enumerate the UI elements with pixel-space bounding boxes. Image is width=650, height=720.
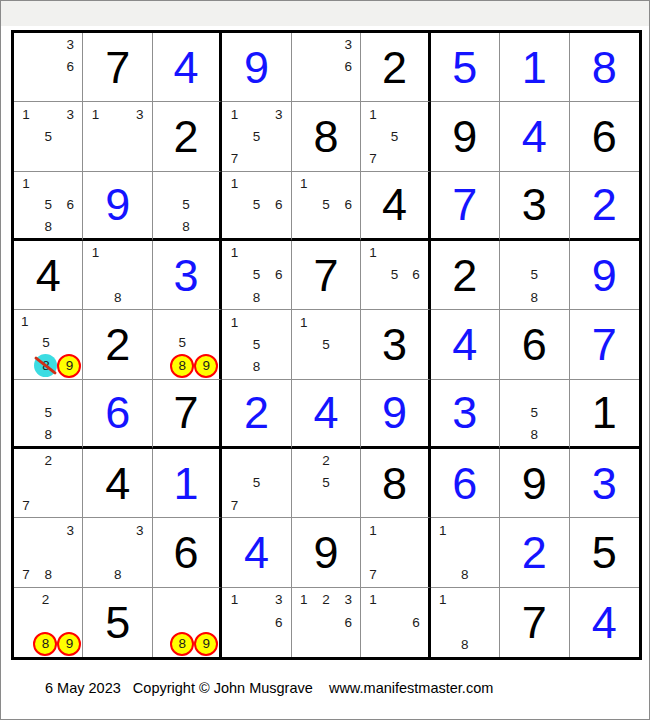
- pencil-pos-4: [154, 332, 170, 353]
- cell-r3c1[interactable]: 1568: [14, 172, 83, 241]
- pencil-pos-1: [223, 450, 245, 472]
- candidate-5: 5: [253, 338, 261, 352]
- candidate-1: 1: [231, 593, 239, 607]
- cell-r8c1[interactable]: 378: [14, 518, 83, 587]
- cell-r6c9[interactable]: 1: [570, 380, 639, 449]
- pencil-pos-1: 1: [15, 103, 37, 125]
- cell-r9c4[interactable]: 136: [222, 588, 291, 657]
- cell-r2c5[interactable]: 8: [292, 102, 361, 171]
- cell-r4c3[interactable]: 3: [153, 241, 222, 310]
- cell-r6c4[interactable]: 2: [222, 380, 291, 449]
- pencil-pos-5: 5: [315, 194, 337, 215]
- candidate-7: 7: [231, 152, 239, 166]
- cell-r3c5[interactable]: 156: [292, 172, 361, 241]
- cell-r8c6[interactable]: 17: [361, 518, 430, 587]
- given-digit: 8: [382, 461, 407, 506]
- pencil-pos-4: [154, 194, 175, 215]
- cell-r2c2[interactable]: 13: [83, 102, 152, 171]
- pencil-pos-7: [501, 424, 523, 445]
- pencil-pos-5: 5: [245, 472, 267, 494]
- pencil-pos-2: [384, 242, 405, 264]
- pencil-pos-3: [545, 242, 567, 264]
- cell-r5c3[interactable]: 589: [153, 310, 222, 379]
- cell-r5c4[interactable]: 158: [222, 310, 291, 379]
- pencil-pos-1: 1: [84, 103, 106, 125]
- cell-r9c6[interactable]: 16: [361, 588, 430, 657]
- pencil-pos-6: [57, 610, 81, 632]
- candidate-5: 5: [182, 198, 190, 212]
- pencil-pos-5: [107, 125, 129, 147]
- cell-r6c1[interactable]: 58: [14, 380, 83, 449]
- pencil-pos-5: [37, 472, 59, 494]
- cell-r9c8[interactable]: 7: [500, 588, 569, 657]
- pencil-pos-8: [384, 634, 405, 656]
- solved-digit: 2: [592, 182, 617, 227]
- cell-r4c9[interactable]: 9: [570, 241, 639, 310]
- pencil-pos-3: [57, 311, 81, 332]
- cell-r6c3[interactable]: 7: [153, 380, 222, 449]
- candidate-1: 1: [300, 593, 308, 607]
- cell-r6c7[interactable]: 3: [431, 380, 500, 449]
- pencil-pos-7: 7: [223, 148, 245, 170]
- cell-r5c6[interactable]: 3: [361, 310, 430, 379]
- pencil-pos-9: [337, 356, 359, 378]
- cell-r8c4[interactable]: 4: [222, 518, 291, 587]
- pencil-pos-9: [337, 216, 359, 237]
- cell-r3c8[interactable]: 3: [500, 172, 569, 241]
- pencil-pos-4: [84, 264, 106, 286]
- pencil-pos-3: [268, 242, 290, 264]
- pencil-pos-1: [154, 589, 170, 611]
- pencil-pos-2: [245, 103, 267, 125]
- cell-r9c7[interactable]: 18: [431, 588, 500, 657]
- pencil-pos-4: [223, 333, 245, 355]
- pencil-pos-9: [129, 148, 151, 170]
- cell-r1c4[interactable]: 9: [222, 33, 291, 102]
- pencil-marks: 1236: [293, 589, 359, 656]
- pencil-pos-4: [84, 541, 106, 563]
- pencil-pos-2: [37, 173, 59, 194]
- cell-r7c6[interactable]: 8: [361, 449, 430, 518]
- cell-r3c6[interactable]: 4: [361, 172, 430, 241]
- pencil-pos-3: [476, 519, 498, 541]
- cell-r3c2[interactable]: 9: [83, 172, 152, 241]
- candidate-5: 5: [44, 406, 52, 420]
- cell-r9c9[interactable]: 4: [570, 588, 639, 657]
- cell-r9c2[interactable]: 5: [83, 588, 152, 657]
- cell-r5c2[interactable]: 2: [83, 310, 152, 379]
- cell-r7c2[interactable]: 4: [83, 449, 152, 518]
- pencil-marks: 1357: [223, 103, 289, 169]
- pencil-pos-6: [57, 332, 81, 353]
- pencil-pos-2: 2: [315, 450, 337, 472]
- cell-r9c3[interactable]: 89: [153, 588, 222, 657]
- cell-r1c6[interactable]: 2: [361, 33, 430, 102]
- pencil-pos-3: [194, 589, 218, 611]
- pencil-pos-9: [337, 634, 359, 656]
- pencil-pos-5: [315, 611, 337, 633]
- given-digit: 2: [174, 114, 199, 159]
- candidate-5: 5: [253, 198, 261, 212]
- pencil-pos-7: 7: [223, 494, 245, 516]
- pencil-pos-4: [223, 125, 245, 147]
- cell-r8c7[interactable]: 18: [431, 518, 500, 587]
- cell-r8c3[interactable]: 6: [153, 518, 222, 587]
- pencil-pos-6: [59, 402, 81, 423]
- pencil-pos-7: [84, 148, 106, 170]
- pencil-pos-7: 7: [362, 564, 383, 586]
- pencil-pos-4: [223, 472, 245, 494]
- pencil-pos-7: [293, 634, 315, 656]
- pencil-pos-6: [59, 541, 81, 563]
- cell-r4c1[interactable]: 4: [14, 241, 83, 310]
- pencil-pos-5: 5: [245, 194, 267, 215]
- cell-r6c6[interactable]: 9: [361, 380, 430, 449]
- cell-r8c9[interactable]: 5: [570, 518, 639, 587]
- pencil-pos-8: 8: [33, 632, 57, 656]
- cell-r8c5[interactable]: 9: [292, 518, 361, 587]
- candidate-5: 5: [44, 130, 52, 144]
- pencil-marks: 156: [362, 242, 426, 308]
- pencil-pos-7: [501, 286, 523, 308]
- pencil-pos-6: 6: [59, 194, 81, 215]
- pencil-marks: 89: [154, 589, 218, 656]
- candidate-5: 5: [253, 130, 261, 144]
- pencil-pos-3: [59, 381, 81, 402]
- pencil-pos-2: [315, 311, 337, 333]
- pencil-pos-2: 2: [33, 589, 57, 611]
- pencil-pos-2: [170, 311, 194, 332]
- candidate-1: 1: [231, 108, 239, 122]
- pencil-pos-1: [15, 519, 37, 541]
- pencil-pos-5: 5: [315, 472, 337, 494]
- pencil-pos-7: 7: [15, 494, 37, 516]
- cell-r5c1[interactable]: 1589: [14, 310, 83, 379]
- cell-r2c9[interactable]: 6: [570, 102, 639, 171]
- pencil-pos-1: [15, 381, 37, 402]
- candidate-5: 5: [322, 198, 330, 212]
- cell-r3c9[interactable]: 2: [570, 172, 639, 241]
- pencil-pos-8: [107, 148, 129, 170]
- pencil-pos-8: [37, 78, 59, 100]
- pencil-pos-9: [59, 216, 81, 237]
- cell-r1c5[interactable]: 36: [292, 33, 361, 102]
- pencil-pos-5: [170, 610, 194, 632]
- pencil-marks: 289: [15, 589, 81, 656]
- cell-r2c1[interactable]: 135: [14, 102, 83, 171]
- pencil-pos-3: [405, 103, 426, 125]
- candidate-8: 8: [44, 428, 52, 442]
- pencil-pos-5: [384, 541, 405, 563]
- pencil-pos-8: [315, 216, 337, 237]
- pencil-pos-5: 5: [37, 125, 59, 147]
- pencil-pos-8: [37, 148, 59, 170]
- pencil-pos-7: [362, 634, 383, 656]
- solved-digit: 7: [592, 322, 617, 367]
- pencil-pos-5: [107, 264, 129, 286]
- pencil-pos-7: [15, 148, 37, 170]
- pencil-pos-4: [15, 332, 34, 353]
- top-strip: [1, 1, 649, 26]
- cell-r8c2[interactable]: 38: [83, 518, 152, 587]
- candidate-2: 2: [42, 593, 50, 607]
- pencil-pos-1: [154, 311, 170, 332]
- pencil-pos-1: [15, 34, 37, 56]
- candidate-5: 5: [531, 406, 539, 420]
- candidate-6: 6: [67, 60, 75, 74]
- pencil-pos-4: [15, 56, 37, 78]
- candidate-6: 6: [344, 60, 352, 74]
- cell-r5c9[interactable]: 7: [570, 310, 639, 379]
- candidate-5: 5: [531, 268, 539, 282]
- candidate-8: 8: [531, 428, 539, 442]
- pencil-pos-9: [197, 216, 218, 237]
- cell-r2c8[interactable]: 4: [500, 102, 569, 171]
- solved-digit: 7: [452, 182, 477, 227]
- cell-r6c5[interactable]: 4: [292, 380, 361, 449]
- cell-r6c2[interactable]: 6: [83, 380, 152, 449]
- pencil-pos-6: 6: [337, 56, 359, 78]
- cell-r4c7[interactable]: 2: [431, 241, 500, 310]
- pencil-pos-1: [15, 450, 37, 472]
- cell-r5c8[interactable]: 6: [500, 310, 569, 379]
- pencil-pos-7: [84, 286, 106, 308]
- cell-r7c9[interactable]: 3: [570, 449, 639, 518]
- pencil-marks: 58: [15, 381, 81, 445]
- pencil-pos-8: 8: [37, 216, 59, 237]
- pencil-marks: 18: [432, 589, 498, 656]
- cell-r2c3[interactable]: 2: [153, 102, 222, 171]
- candidate-3: 3: [136, 108, 144, 122]
- pencil-pos-2: [454, 519, 476, 541]
- candidate-1: 1: [369, 524, 377, 538]
- pencil-pos-4: [15, 610, 33, 632]
- pencil-pos-8: 8: [170, 354, 194, 378]
- pencil-pos-3: [59, 173, 81, 194]
- candidate-5: 5: [179, 336, 187, 350]
- pencil-pos-9: [59, 564, 81, 586]
- pencil-pos-6: [268, 472, 290, 494]
- pencil-pos-9: [405, 564, 426, 586]
- given-digit: 9: [313, 530, 338, 575]
- cell-r2c6[interactable]: 157: [361, 102, 430, 171]
- candidate-9-circled: 9: [194, 354, 218, 378]
- cell-r9c5[interactable]: 1236: [292, 588, 361, 657]
- candidate-8: 8: [44, 220, 52, 234]
- cell-r7c8[interactable]: 9: [500, 449, 569, 518]
- pencil-pos-3: 3: [129, 519, 151, 541]
- cell-r3c3[interactable]: 58: [153, 172, 222, 241]
- cell-r7c1[interactable]: 27: [14, 449, 83, 518]
- candidate-3: 3: [67, 108, 75, 122]
- pencil-pos-5: 5: [175, 194, 196, 215]
- pencil-pos-4: [362, 125, 383, 147]
- cell-r2c7[interactable]: 9: [431, 102, 500, 171]
- pencil-pos-8: [315, 494, 337, 516]
- pencil-pos-6: 6: [337, 611, 359, 633]
- pencil-pos-2: [523, 242, 545, 264]
- candidate-8: 8: [182, 220, 190, 234]
- candidate-9-circled: 9: [57, 632, 81, 656]
- cell-r3c7[interactable]: 7: [431, 172, 500, 241]
- pencil-pos-8: [245, 634, 267, 656]
- pencil-pos-4: [362, 541, 383, 563]
- pencil-pos-6: [337, 333, 359, 355]
- pencil-pos-1: [84, 519, 106, 541]
- candidate-8: 8: [461, 638, 469, 652]
- pencil-pos-7: [154, 632, 170, 656]
- pencil-pos-6: [197, 194, 218, 215]
- pencil-pos-9: [129, 564, 151, 586]
- solved-digit: 1: [522, 45, 547, 90]
- candidate-6: 6: [275, 198, 283, 212]
- candidate-1: 1: [21, 315, 29, 329]
- pencil-pos-1: 1: [223, 103, 245, 125]
- solved-digit: 3: [592, 461, 617, 506]
- pencil-pos-7: [362, 286, 383, 308]
- pencil-pos-3: 3: [337, 589, 359, 611]
- candidate-1: 1: [369, 108, 377, 122]
- pencil-pos-5: [37, 56, 59, 78]
- candidate-2: 2: [322, 593, 330, 607]
- given-digit: 6: [592, 114, 617, 159]
- pencil-pos-3: [405, 519, 426, 541]
- cell-r4c2[interactable]: 18: [83, 241, 152, 310]
- solved-digit: 1: [174, 461, 199, 506]
- pencil-pos-2: [523, 381, 545, 402]
- cell-r4c6[interactable]: 156: [361, 241, 430, 310]
- pencil-pos-9: [337, 78, 359, 100]
- pencil-pos-3: [57, 589, 81, 611]
- pencil-pos-3: [268, 173, 290, 194]
- candidate-1: 1: [22, 177, 30, 191]
- pencil-pos-9: [268, 494, 290, 516]
- cell-r7c3[interactable]: 1: [153, 449, 222, 518]
- given-digit: 9: [452, 114, 477, 159]
- pencil-pos-7: [293, 356, 315, 378]
- pencil-pos-8: 8: [175, 216, 196, 237]
- pencil-pos-8: 8: [34, 354, 57, 378]
- pencil-pos-6: [59, 125, 81, 147]
- pencil-pos-6: [268, 125, 290, 147]
- pencil-pos-3: [337, 311, 359, 333]
- pencil-pos-8: [384, 286, 405, 308]
- pencil-pos-3: [337, 173, 359, 194]
- pencil-pos-7: 7: [362, 148, 383, 170]
- pencil-marks: 36: [15, 34, 81, 100]
- cell-r8c8[interactable]: 2: [500, 518, 569, 587]
- pencil-pos-5: [454, 611, 476, 633]
- cell-r9c1[interactable]: 289: [14, 588, 83, 657]
- pencil-pos-8: [245, 148, 267, 170]
- pencil-pos-7: [15, 216, 37, 237]
- cell-r1c2[interactable]: 7: [83, 33, 152, 102]
- pencil-pos-3: 3: [59, 103, 81, 125]
- pencil-pos-7: [15, 632, 33, 656]
- pencil-pos-5: [245, 611, 267, 633]
- solved-digit: 4: [244, 530, 269, 575]
- pencil-marks: 13: [84, 103, 150, 169]
- pencil-pos-5: 5: [384, 125, 405, 147]
- pencil-pos-4: [293, 194, 315, 215]
- pencil-pos-2: [37, 103, 59, 125]
- pencil-pos-6: [405, 125, 426, 147]
- cell-r5c5[interactable]: 15: [292, 310, 361, 379]
- cell-r4c4[interactable]: 1568: [222, 241, 291, 310]
- pencil-pos-3: [197, 173, 218, 194]
- pencil-pos-3: 3: [337, 34, 359, 56]
- cell-r7c7[interactable]: 6: [431, 449, 500, 518]
- pencil-pos-4: [432, 541, 454, 563]
- pencil-pos-9: 9: [57, 632, 81, 656]
- pencil-pos-9: [545, 286, 567, 308]
- pencil-pos-8: [315, 78, 337, 100]
- pencil-pos-9: [59, 148, 81, 170]
- pencil-pos-5: [107, 541, 129, 563]
- given-digit: 6: [174, 530, 199, 575]
- pencil-pos-5: 5: [37, 402, 59, 423]
- cell-r7c5[interactable]: 25: [292, 449, 361, 518]
- pencil-pos-2: [245, 173, 267, 194]
- cell-r1c3[interactable]: 4: [153, 33, 222, 102]
- candidate-3: 3: [136, 524, 144, 538]
- solved-digit: 2: [244, 390, 269, 435]
- pencil-pos-7: [432, 634, 454, 656]
- pencil-pos-1: [154, 173, 175, 194]
- pencil-pos-4: [293, 333, 315, 355]
- candidate-2: 2: [322, 454, 330, 468]
- cell-r1c9[interactable]: 8: [570, 33, 639, 102]
- pencil-marks: 589: [154, 311, 218, 377]
- candidate-6: 6: [344, 616, 352, 630]
- candidate-7: 7: [231, 499, 239, 513]
- solved-digit: 4: [313, 390, 338, 435]
- pencil-pos-4: [15, 125, 37, 147]
- cell-r5c7[interactable]: 4: [431, 310, 500, 379]
- pencil-pos-8: 8: [37, 564, 59, 586]
- candidate-8-eliminated: 8: [34, 354, 57, 377]
- pencil-pos-1: 1: [15, 311, 34, 332]
- pencil-marks: 36: [293, 34, 359, 100]
- pencil-pos-7: 7: [15, 564, 37, 586]
- cell-r4c5[interactable]: 7: [292, 241, 361, 310]
- pencil-pos-3: [59, 450, 81, 472]
- cell-r2c4[interactable]: 1357: [222, 102, 291, 171]
- pencil-pos-9: [476, 564, 498, 586]
- cell-r1c7[interactable]: 5: [431, 33, 500, 102]
- pencil-pos-9: [337, 494, 359, 516]
- pencil-pos-7: [15, 78, 37, 100]
- pencil-pos-4: [84, 125, 106, 147]
- cell-r1c8[interactable]: 1: [500, 33, 569, 102]
- pencil-pos-9: [405, 286, 426, 308]
- given-digit: 8: [313, 114, 338, 159]
- cell-r6c8[interactable]: 58: [500, 380, 569, 449]
- pencil-pos-2: [245, 589, 267, 611]
- cell-r4c8[interactable]: 58: [500, 241, 569, 310]
- cell-r3c4[interactable]: 156: [222, 172, 291, 241]
- candidate-5: 5: [253, 476, 261, 490]
- cell-r7c4[interactable]: 57: [222, 449, 291, 518]
- candidate-8-circled: 8: [170, 632, 194, 656]
- pencil-pos-3: [476, 589, 498, 611]
- pencil-pos-2: [384, 519, 405, 541]
- candidate-5: 5: [253, 268, 261, 282]
- cell-r1c1[interactable]: 36: [14, 33, 83, 102]
- candidate-8: 8: [461, 568, 469, 582]
- pencil-pos-4: [15, 194, 37, 215]
- pencil-pos-3: [405, 242, 426, 264]
